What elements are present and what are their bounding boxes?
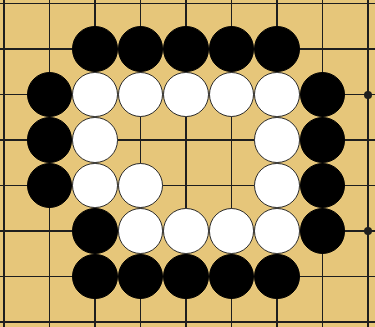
black-stone: [163, 26, 209, 72]
black-stone: [118, 254, 164, 300]
white-stone: [118, 163, 164, 209]
black-stone: [209, 26, 255, 72]
white-stone: [254, 163, 300, 209]
white-stone: [209, 72, 255, 118]
star-point: [364, 91, 372, 99]
black-stone: [254, 254, 300, 300]
white-stone: [163, 72, 209, 118]
black-stone: [300, 163, 346, 209]
black-stone: [72, 208, 118, 254]
go-board[interactable]: [0, 0, 375, 327]
white-stone: [163, 208, 209, 254]
white-stone: [254, 117, 300, 163]
black-stone: [300, 117, 346, 163]
grid-line-horizontal: [0, 321, 375, 322]
black-stone: [300, 72, 346, 118]
black-stone: [27, 117, 73, 163]
white-stone: [72, 117, 118, 163]
black-stone: [27, 163, 73, 209]
white-stone: [72, 163, 118, 209]
black-stone: [254, 26, 300, 72]
black-stone: [118, 26, 164, 72]
white-stone: [118, 72, 164, 118]
black-stone: [300, 208, 346, 254]
black-stone: [163, 254, 209, 300]
black-stone: [209, 254, 255, 300]
black-stone: [72, 254, 118, 300]
white-stone: [118, 208, 164, 254]
white-stone: [254, 208, 300, 254]
white-stone: [209, 208, 255, 254]
star-point: [364, 227, 372, 235]
grid-line-horizontal: [0, 3, 375, 4]
black-stone: [27, 72, 73, 118]
black-stone: [72, 26, 118, 72]
white-stone: [72, 72, 118, 118]
white-stone: [254, 72, 300, 118]
